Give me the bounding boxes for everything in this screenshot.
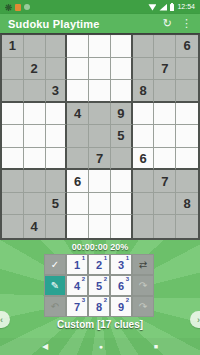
cell-r1c3[interactable]	[46, 35, 68, 58]
cell-r6c9[interactable]	[176, 148, 198, 171]
cell-r6c5[interactable]: 7	[89, 148, 111, 171]
pencil-icon: ✎	[51, 280, 59, 291]
redo-button[interactable]: ↷	[132, 275, 154, 296]
cell-r7c3[interactable]	[46, 170, 68, 193]
cell-r4c5[interactable]	[89, 103, 111, 126]
cell-r5c8[interactable]	[154, 125, 176, 148]
cell-r7c4[interactable]: 6	[67, 170, 89, 193]
progress-text: 20%	[110, 242, 128, 252]
prev-arrow-icon: ‹	[0, 315, 3, 325]
digit-7-count: 3	[82, 297, 85, 304]
digit-3-count: 1	[126, 255, 129, 262]
nav-back-icon[interactable]: ◀	[42, 338, 48, 355]
check-button[interactable]: ✓	[44, 254, 66, 275]
redo-all-icon: ↷	[139, 301, 147, 312]
cell-r3c8[interactable]	[154, 80, 176, 103]
cell-r8c9[interactable]: 8	[176, 193, 198, 216]
app-title: Sudoku Playtime	[8, 18, 154, 30]
cell-r6c3[interactable]	[46, 148, 68, 171]
cell-r5c1[interactable]	[2, 125, 24, 148]
cell-r8c3[interactable]: 5	[46, 193, 68, 216]
cell-r9c8[interactable]	[154, 215, 176, 238]
cell-r4c3[interactable]	[46, 103, 68, 126]
cell-r8c1[interactable]	[2, 193, 24, 216]
phone-screen: 12:54 Sudoku Playtime ↻ ⋮ 16273849576675…	[0, 0, 200, 355]
digit-8-count: 2	[104, 297, 107, 304]
digit-2-count: 1	[104, 255, 107, 262]
digit-7-button[interactable]: 73	[66, 296, 88, 317]
digit-4-count: 2	[82, 276, 85, 283]
cell-r2c3[interactable]	[46, 58, 68, 81]
cell-r5c3[interactable]	[46, 125, 68, 148]
cell-r4c8[interactable]	[154, 103, 176, 126]
cell-r5c7[interactable]	[133, 125, 155, 148]
cell-r6c1[interactable]	[2, 148, 24, 171]
cell-r9c2[interactable]: 4	[24, 215, 46, 238]
pencil-button[interactable]: ✎	[44, 275, 66, 296]
cell-r1c9[interactable]: 6	[176, 35, 198, 58]
sudoku-board: 1627384957667584	[0, 33, 200, 240]
digit-6-count: 3	[126, 276, 129, 283]
timer-row: 00:00:00 20%	[0, 240, 200, 253]
cell-r7c1[interactable]	[2, 170, 24, 193]
nav-home-icon[interactable]: ●	[99, 338, 103, 355]
cell-r3c5[interactable]	[89, 80, 111, 103]
cell-r2c4[interactable]	[67, 58, 89, 81]
orange-app-icon	[15, 4, 21, 11]
cell-r7c8[interactable]: 7	[154, 170, 176, 193]
next-arrow-icon: ›	[197, 315, 200, 325]
cell-r3c2[interactable]	[24, 80, 46, 103]
clock-text: 12:54	[177, 0, 195, 14]
cell-r5c9[interactable]	[176, 125, 198, 148]
cell-r8c6[interactable]	[111, 193, 133, 216]
digit-1-button[interactable]: 11	[66, 254, 88, 275]
cell-r1c4[interactable]	[67, 35, 89, 58]
cell-r5c6[interactable]: 5	[111, 125, 133, 148]
android-nav-bar: ◀ ● ■	[0, 338, 200, 355]
cell-r2c1[interactable]	[2, 58, 24, 81]
redo-icon: ↷	[139, 280, 147, 291]
digit-1-count: 1	[82, 255, 85, 262]
cell-r3c4[interactable]	[67, 80, 89, 103]
shuffle-button[interactable]: ⇄	[132, 254, 154, 275]
cell-r3c9[interactable]	[176, 80, 198, 103]
cell-r2c7[interactable]	[133, 58, 155, 81]
digit-5-count: 2	[104, 276, 107, 283]
digit-6-button[interactable]: 63	[110, 275, 132, 296]
cell-r1c7[interactable]	[133, 35, 155, 58]
cell-r2c5[interactable]	[89, 58, 111, 81]
cell-r7c5[interactable]	[89, 170, 111, 193]
cell-r5c4[interactable]	[67, 125, 89, 148]
app-bar: Sudoku Playtime ↻ ⋮	[0, 14, 200, 33]
cell-r5c5[interactable]	[89, 125, 111, 148]
digit-2-button[interactable]: 21	[88, 254, 110, 275]
cell-r2c9[interactable]	[176, 58, 198, 81]
cell-r8c4[interactable]	[67, 193, 89, 216]
next-pad-button[interactable]: ›	[190, 311, 200, 328]
undo-icon: ↶	[51, 301, 59, 312]
cell-r1c2[interactable]	[24, 35, 46, 58]
cell-r2c6[interactable]	[111, 58, 133, 81]
battery-icon	[170, 4, 174, 11]
undo-button[interactable]: ↶	[44, 296, 66, 317]
cell-r9c6[interactable]	[111, 215, 133, 238]
status-bar: 12:54	[0, 0, 200, 14]
digit-5-button[interactable]: 52	[88, 275, 110, 296]
cell-r4c1[interactable]	[2, 103, 24, 126]
cell-r9c1[interactable]	[2, 215, 24, 238]
gear-icon	[5, 4, 12, 11]
cell-r6c2[interactable]	[24, 148, 46, 171]
cell-r9c9[interactable]	[176, 215, 198, 238]
cell-r4c2[interactable]	[24, 103, 46, 126]
digit-8-button[interactable]: 82	[88, 296, 110, 317]
cell-r4c6[interactable]: 9	[111, 103, 133, 126]
cell-r6c8[interactable]	[154, 148, 176, 171]
cell-r9c7[interactable]	[133, 215, 155, 238]
cell-r9c4[interactable]	[67, 215, 89, 238]
cell-r3c6[interactable]	[111, 80, 133, 103]
restart-icon[interactable]: ↻	[163, 17, 172, 30]
cell-r7c7[interactable]	[133, 170, 155, 193]
check-icon: ✓	[51, 259, 59, 270]
cell-r2c8[interactable]: 7	[154, 58, 176, 81]
cell-r6c4[interactable]	[67, 148, 89, 171]
redo-all-button[interactable]: ↷	[132, 296, 154, 317]
cell-r8c8[interactable]	[154, 193, 176, 216]
cell-r8c2[interactable]	[24, 193, 46, 216]
puzzle-label: Custom [17 clues]	[0, 319, 200, 330]
cell-r8c7[interactable]	[133, 193, 155, 216]
cell-r7c6[interactable]	[111, 170, 133, 193]
nav-recents-icon[interactable]: ■	[154, 338, 158, 355]
cell-r1c1[interactable]: 1	[2, 35, 24, 58]
cell-r8c5[interactable]	[89, 193, 111, 216]
cell-r6c7[interactable]: 6	[133, 148, 155, 171]
cell-r4c7[interactable]	[133, 103, 155, 126]
digit-3-button[interactable]: 31	[110, 254, 132, 275]
lower-panel: 00:00:00 20% ✓ 11 21 31 ⇄ ✎ 42 52 63 ↷ ↶…	[0, 240, 200, 355]
cell-r1c5[interactable]	[89, 35, 111, 58]
overflow-menu-icon[interactable]: ⋮	[181, 17, 192, 30]
cell-r3c3[interactable]: 3	[46, 80, 68, 103]
timer-text: 00:00:00	[72, 242, 108, 252]
cell-r4c4[interactable]: 4	[67, 103, 89, 126]
signal-icon	[159, 4, 167, 11]
cell-r3c1[interactable]	[2, 80, 24, 103]
cell-r1c6[interactable]	[111, 35, 133, 58]
cell-r3c7[interactable]: 8	[133, 80, 155, 103]
cell-r6c6[interactable]	[111, 148, 133, 171]
cell-r5c2[interactable]	[24, 125, 46, 148]
cell-r2c2[interactable]: 2	[24, 58, 46, 81]
cell-r7c2[interactable]	[24, 170, 46, 193]
digit-9-button[interactable]: 92	[110, 296, 132, 317]
cell-r7c9[interactable]	[176, 170, 198, 193]
circle-icon	[24, 4, 30, 10]
wifi-icon	[148, 4, 156, 11]
cell-r9c3[interactable]	[46, 215, 68, 238]
shuffle-icon: ⇄	[139, 259, 147, 270]
digit-9-count: 2	[126, 297, 129, 304]
cell-r9c5[interactable]	[89, 215, 111, 238]
cell-r4c9[interactable]	[176, 103, 198, 126]
keypad: ✓ 11 21 31 ⇄ ✎ 42 52 63 ↷ ↶ 73 82 92 ↷	[44, 254, 156, 317]
digit-4-button[interactable]: 42	[66, 275, 88, 296]
cell-r1c8[interactable]	[154, 35, 176, 58]
